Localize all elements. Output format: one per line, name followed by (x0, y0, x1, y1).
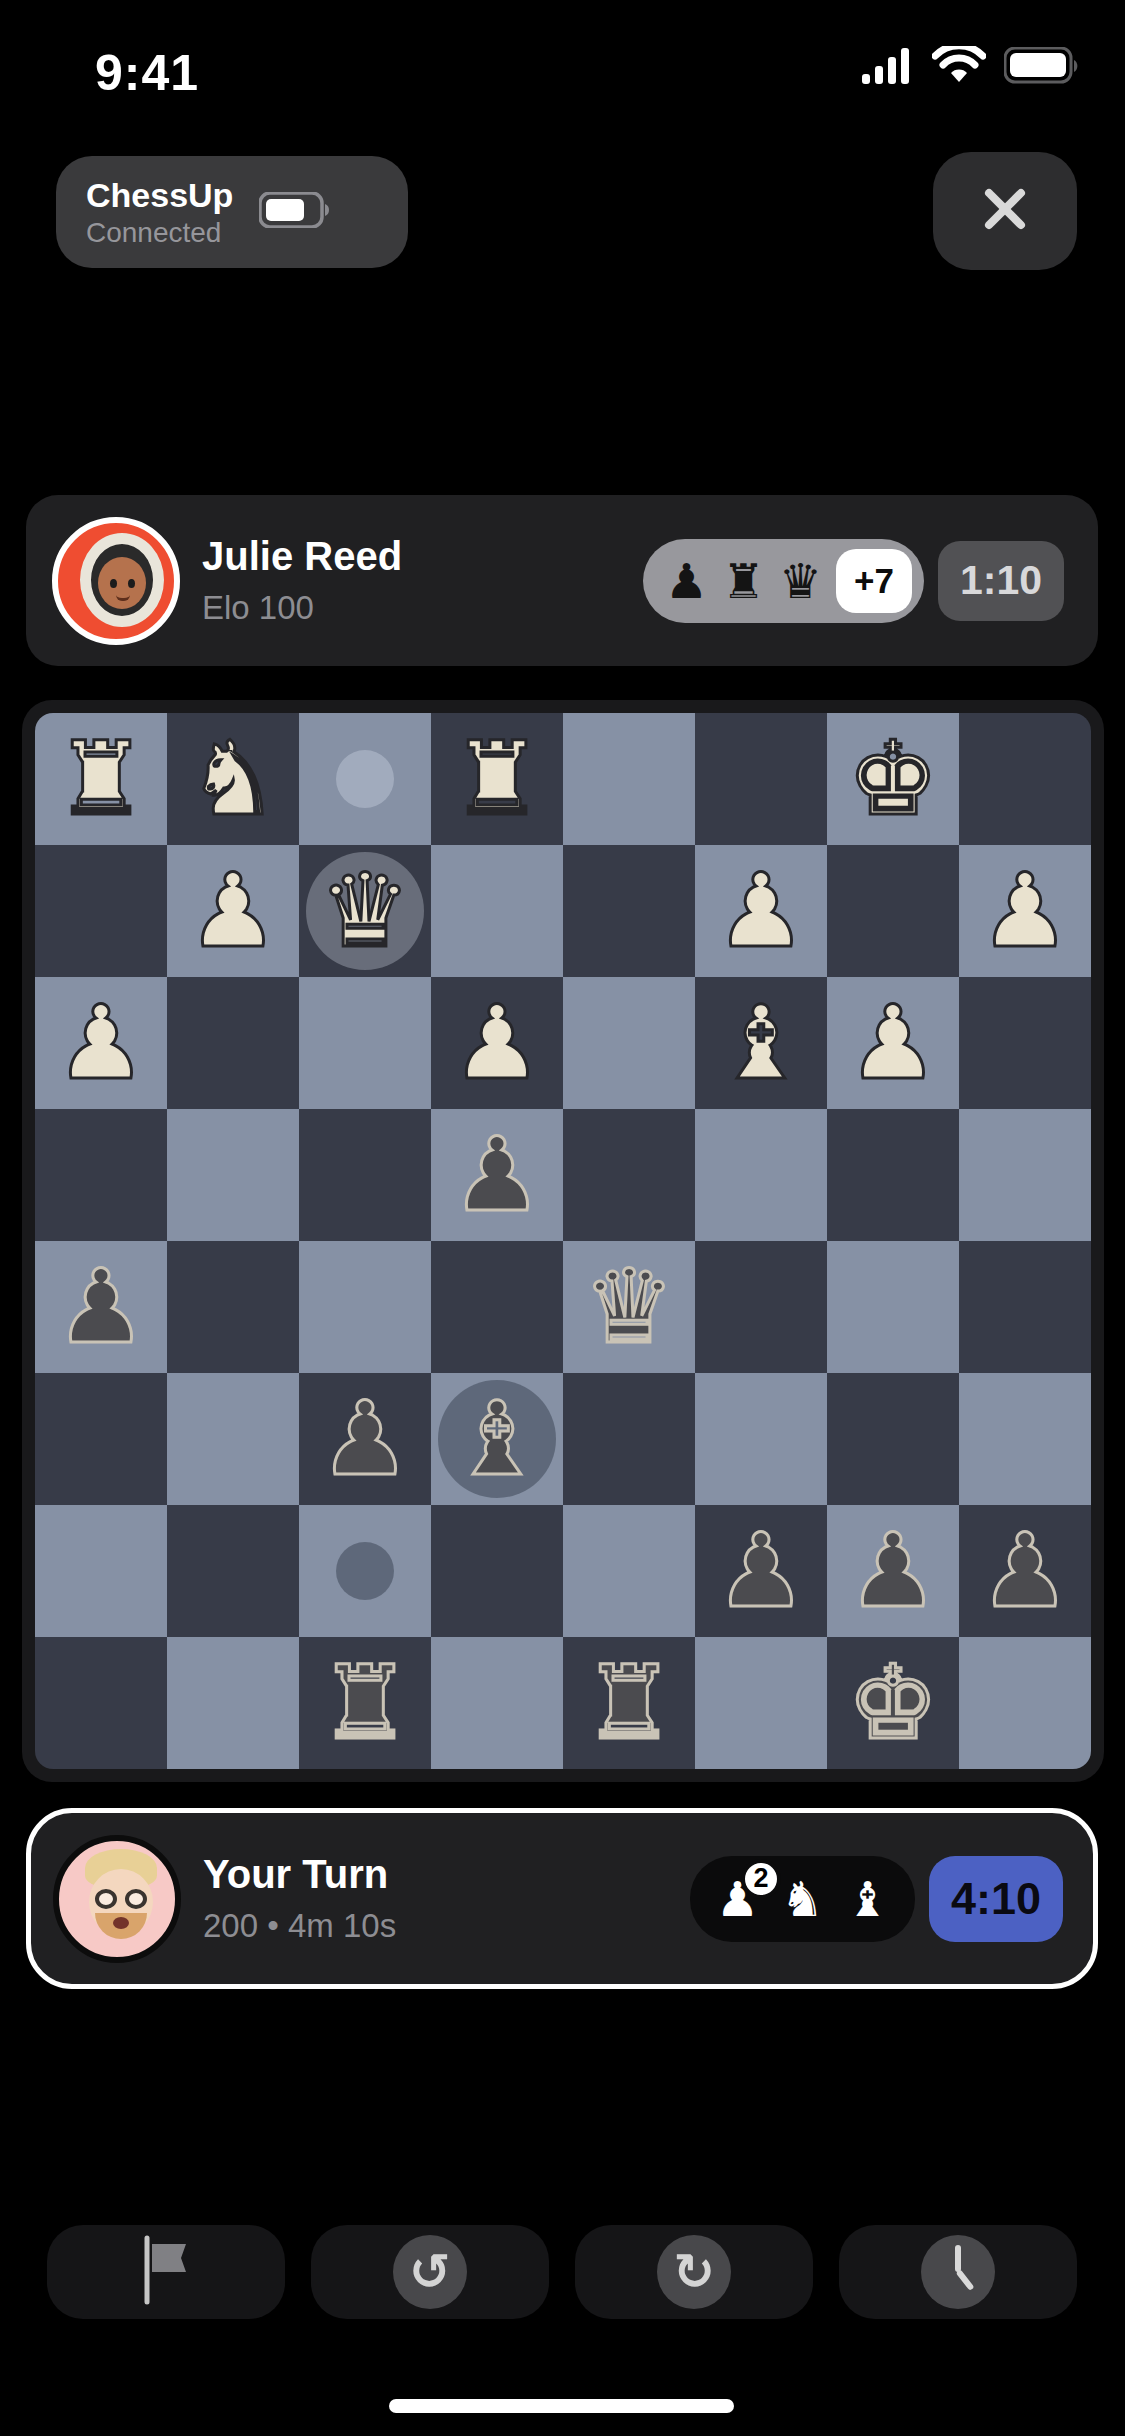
square-a5[interactable] (959, 1241, 1091, 1373)
square-h3[interactable]: ♟ (35, 977, 167, 1109)
square-c5[interactable] (695, 1241, 827, 1373)
status-time: 9:41 (95, 44, 199, 102)
captured-rook-icon: ♜ (722, 557, 765, 605)
flag-icon (135, 2234, 197, 2310)
square-a4[interactable] (959, 1109, 1091, 1241)
chessup-device-pill[interactable]: ChessUp Connected (56, 156, 408, 268)
square-b7[interactable]: ♟ (827, 1505, 959, 1637)
piece-wK-b1[interactable]: ♚ (827, 713, 959, 845)
square-g7[interactable] (167, 1505, 299, 1637)
signal-icon (862, 46, 914, 90)
square-c1[interactable] (695, 713, 827, 845)
square-e1[interactable]: ♜ (431, 713, 563, 845)
square-a3[interactable] (959, 977, 1091, 1109)
square-d4[interactable] (563, 1109, 695, 1241)
square-e8[interactable] (431, 1637, 563, 1769)
captured-bishop-icon: ♝ (846, 1875, 889, 1923)
opponent-avatar (52, 517, 180, 645)
piece-bR-f8[interactable]: ♜ (299, 1637, 431, 1769)
clock-icon (921, 2235, 995, 2309)
square-e3[interactable]: ♟ (431, 977, 563, 1109)
piece-wP-e3[interactable]: ♟ (431, 977, 563, 1109)
square-a8[interactable] (959, 1637, 1091, 1769)
opponent-clock: 1:10 (938, 541, 1064, 621)
square-f7[interactable] (299, 1505, 431, 1637)
device-status: Connected (86, 216, 233, 249)
square-f8[interactable]: ♜ (299, 1637, 431, 1769)
piece-wP-h3[interactable]: ♟ (35, 977, 167, 1109)
square-b1[interactable]: ♚ (827, 713, 959, 845)
piece-wP-b3[interactable]: ♟ (827, 977, 959, 1109)
square-g2[interactable]: ♟ (167, 845, 299, 977)
piece-bP-b7[interactable]: ♟ (827, 1505, 959, 1637)
turn-indicator: Your Turn (203, 1852, 396, 1897)
square-d2[interactable] (563, 845, 695, 977)
material-advantage-badge: +7 (836, 549, 912, 613)
captured-knight-icon: ♞ (781, 1875, 824, 1923)
close-icon (979, 183, 1031, 239)
opponent-name: Julie Reed (202, 534, 402, 579)
square-g5[interactable] (167, 1241, 299, 1373)
piece-wN-g1[interactable]: ♞ (167, 713, 299, 845)
square-d8[interactable]: ♜ (563, 1637, 695, 1769)
piece-bP-h5[interactable]: ♟ (35, 1241, 167, 1373)
square-f5[interactable] (299, 1241, 431, 1373)
square-c6[interactable] (695, 1373, 827, 1505)
square-h8[interactable] (35, 1637, 167, 1769)
square-d7[interactable] (563, 1505, 695, 1637)
square-e4[interactable]: ♟ (431, 1109, 563, 1241)
square-a2[interactable]: ♟ (959, 845, 1091, 977)
piece-wP-c2[interactable]: ♟ (695, 845, 827, 977)
square-e6[interactable]: ♝ (431, 1373, 563, 1505)
battery-icon (1004, 47, 1080, 89)
pawn-count-badge: 2 (741, 1859, 781, 1899)
opponent-captured-tray: ♟ ♜ ♛ +7 (643, 539, 924, 623)
square-a6[interactable] (959, 1373, 1091, 1505)
square-c2[interactable]: ♟ (695, 845, 827, 977)
piece-wB-c3[interactable]: ♝ (695, 977, 827, 1109)
piece-wP-a2[interactable]: ♟ (959, 845, 1091, 977)
resign-button[interactable] (47, 2225, 285, 2319)
piece-bP-f6[interactable]: ♟ (299, 1373, 431, 1505)
device-battery-icon (259, 192, 331, 232)
square-e7[interactable] (431, 1505, 563, 1637)
piece-wP-g2[interactable]: ♟ (167, 845, 299, 977)
square-h1[interactable]: ♜ (35, 713, 167, 845)
action-bar: ↺ ↻ (47, 2225, 1077, 2319)
home-indicator[interactable] (389, 2399, 734, 2413)
move-hint-dot-f1[interactable] (336, 750, 394, 808)
piece-wQ-f2[interactable]: ♛ (299, 845, 431, 977)
square-h7[interactable] (35, 1505, 167, 1637)
player-avatar (53, 1835, 181, 1963)
move-hint-dot-f7[interactable] (336, 1542, 394, 1600)
square-f6[interactable]: ♟ (299, 1373, 431, 1505)
square-h4[interactable] (35, 1109, 167, 1241)
square-f2[interactable]: ♛ (299, 845, 431, 977)
square-h5[interactable]: ♟ (35, 1241, 167, 1373)
device-name: ChessUp (86, 175, 233, 215)
piece-wR-h1[interactable]: ♜ (35, 713, 167, 845)
square-g6[interactable] (167, 1373, 299, 1505)
square-b4[interactable] (827, 1109, 959, 1241)
square-f1[interactable] (299, 713, 431, 845)
board-frame: ♜♞♜♚♟♛♟♟♟♟♝♟♟♟♛♟♝♟♟♟♜♜♚ (22, 700, 1104, 1782)
piece-bP-c7[interactable]: ♟ (695, 1505, 827, 1637)
status-icons (862, 46, 1080, 90)
square-g8[interactable] (167, 1637, 299, 1769)
square-g1[interactable]: ♞ (167, 713, 299, 845)
square-b2[interactable] (827, 845, 959, 977)
piece-bK-b8[interactable]: ♚ (827, 1637, 959, 1769)
square-f4[interactable] (299, 1109, 431, 1241)
opponent-card: Julie Reed Elo 100 ♟ ♜ ♛ +7 1:10 (26, 495, 1098, 666)
square-f3[interactable] (299, 977, 431, 1109)
square-e2[interactable] (431, 845, 563, 977)
board[interactable]: ♜♞♜♚♟♛♟♟♟♟♝♟♟♟♛♟♝♟♟♟♜♜♚ (35, 713, 1091, 1769)
wifi-icon (932, 46, 986, 90)
square-b5[interactable] (827, 1241, 959, 1373)
close-button[interactable] (933, 152, 1077, 270)
square-d5[interactable]: ♛ (563, 1241, 695, 1373)
player-stats: 200 • 4m 10s (203, 1907, 396, 1945)
piece-bP-a7[interactable]: ♟ (959, 1505, 1091, 1637)
square-g4[interactable] (167, 1109, 299, 1241)
redo-button[interactable]: ↻ (575, 2225, 813, 2319)
square-d6[interactable] (563, 1373, 695, 1505)
piece-bB-e6[interactable]: ♝ (431, 1373, 563, 1505)
captured-queen-icon: ♛ (779, 557, 822, 605)
square-d3[interactable] (563, 977, 695, 1109)
square-c4[interactable] (695, 1109, 827, 1241)
square-a7[interactable]: ♟ (959, 1505, 1091, 1637)
square-d1[interactable] (563, 713, 695, 845)
square-c8[interactable] (695, 1637, 827, 1769)
undo-button[interactable]: ↺ (311, 2225, 549, 2319)
opponent-elo: Elo 100 (202, 589, 402, 627)
square-b6[interactable] (827, 1373, 959, 1505)
piece-bR-d8[interactable]: ♜ (563, 1637, 695, 1769)
square-c7[interactable]: ♟ (695, 1505, 827, 1637)
player-captured-tray: ♟ 2 ♞ ♝ (690, 1856, 915, 1942)
square-a1[interactable] (959, 713, 1091, 845)
captured-pawn-icon: ♟ (665, 557, 708, 605)
player-card: Your Turn 200 • 4m 10s ♟ 2 ♞ ♝ 4:10 (26, 1808, 1098, 1989)
square-h6[interactable] (35, 1373, 167, 1505)
square-e5[interactable] (431, 1241, 563, 1373)
clock-button[interactable] (839, 2225, 1077, 2319)
player-clock[interactable]: 4:10 (929, 1856, 1063, 1942)
square-c3[interactable]: ♝ (695, 977, 827, 1109)
redo-icon: ↻ (657, 2235, 731, 2309)
piece-wR-e1[interactable]: ♜ (431, 713, 563, 845)
square-b3[interactable]: ♟ (827, 977, 959, 1109)
undo-icon: ↺ (393, 2235, 467, 2309)
square-b8[interactable]: ♚ (827, 1637, 959, 1769)
square-g3[interactable] (167, 977, 299, 1109)
piece-bP-e4[interactable]: ♟ (431, 1109, 563, 1241)
square-h2[interactable] (35, 845, 167, 977)
piece-bQ-d5[interactable]: ♛ (563, 1241, 695, 1373)
